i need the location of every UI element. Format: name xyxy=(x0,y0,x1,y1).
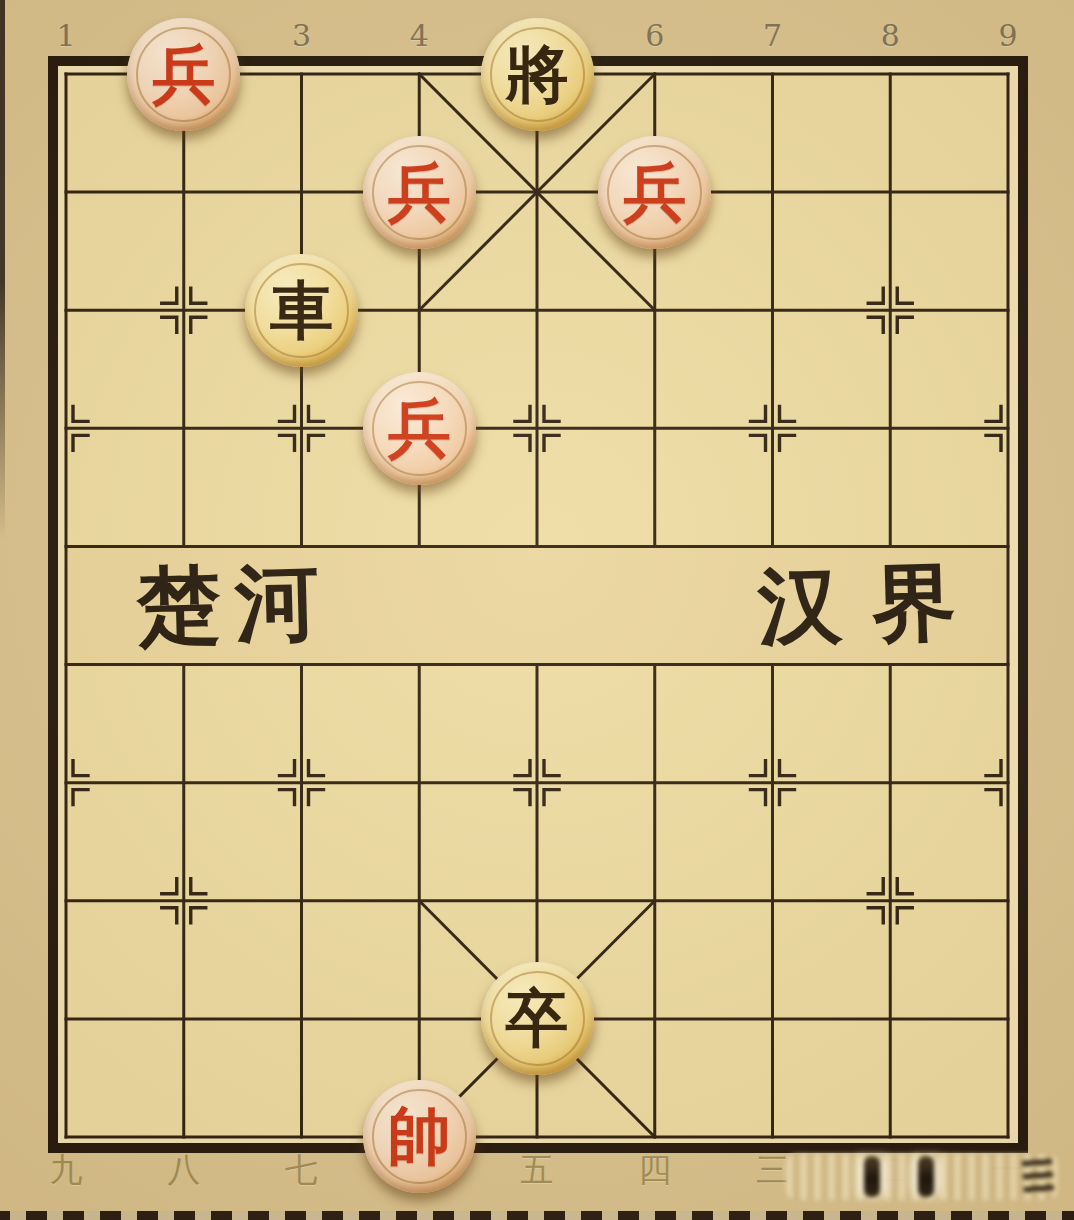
piece-black-chariot[interactable]: 車 xyxy=(245,254,358,367)
top-file-label: 9 xyxy=(998,18,1017,53)
xiangqi-board-screenshot: 123456789 九八七六五四三二一 楚河 汉界 兵將兵兵車兵卒帥 xyxy=(0,0,1074,1220)
piece-glyph: 卒 xyxy=(506,987,569,1050)
smudge-dashes xyxy=(1022,1159,1054,1194)
bottom-file-label: 五 xyxy=(521,1148,554,1193)
bottom-file-label: 四 xyxy=(638,1148,671,1193)
piece-glyph: 兵 xyxy=(388,161,451,224)
piece-red-soldier[interactable]: 兵 xyxy=(363,136,476,249)
top-file-label: 6 xyxy=(645,18,664,53)
top-file-label: 4 xyxy=(410,18,429,53)
top-file-label: 1 xyxy=(56,18,75,53)
river-inscription-left: 楚河 xyxy=(136,559,334,648)
smudge-mark xyxy=(918,1156,934,1197)
piece-glyph: 兵 xyxy=(152,43,215,106)
piece-red-soldier[interactable]: 兵 xyxy=(363,372,476,485)
bottom-file-label: 八 xyxy=(167,1148,200,1193)
piece-black-general[interactable]: 將 xyxy=(481,18,594,131)
smudge-mark xyxy=(864,1156,880,1197)
photo-edge-strip xyxy=(0,0,5,540)
piece-red-soldier[interactable]: 兵 xyxy=(127,18,240,131)
piece-glyph: 兵 xyxy=(388,397,451,460)
piece-glyph: 帥 xyxy=(388,1105,451,1168)
piece-black-soldier[interactable]: 卒 xyxy=(481,962,594,1075)
top-file-label: 8 xyxy=(881,18,900,53)
blur-smudge-artifact xyxy=(786,1154,1058,1200)
piece-glyph: 將 xyxy=(506,43,569,106)
decorative-dot-border xyxy=(0,1211,1074,1220)
piece-red-soldier[interactable]: 兵 xyxy=(598,136,711,249)
piece-glyph: 兵 xyxy=(623,161,686,224)
piece-glyph: 車 xyxy=(270,279,333,342)
river-inscription-right: 汉界 xyxy=(757,559,987,649)
bottom-file-label: 七 xyxy=(285,1148,318,1193)
top-file-label: 3 xyxy=(292,18,311,53)
piece-red-general[interactable]: 帥 xyxy=(363,1080,476,1193)
bottom-file-label: 三 xyxy=(756,1148,789,1193)
bottom-file-label: 九 xyxy=(50,1148,83,1193)
top-file-label: 7 xyxy=(763,18,782,53)
